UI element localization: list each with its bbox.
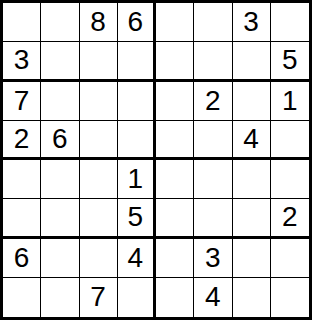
cell-r3c4-empty[interactable] (118, 82, 156, 121)
sudoku-board: 8633572126415264374 (0, 0, 312, 320)
cell-r7c7-empty[interactable] (233, 239, 271, 278)
cell-r7c6-given[interactable]: 3 (194, 239, 232, 278)
cell-r2c2-empty[interactable] (41, 42, 79, 81)
cell-r7c8-empty[interactable] (271, 239, 309, 278)
cell-r1c3-given[interactable]: 8 (80, 3, 118, 42)
cell-r6c4-given[interactable]: 5 (118, 199, 156, 238)
cell-r4c3-empty[interactable] (80, 121, 118, 160)
cell-r2c6-empty[interactable] (194, 42, 232, 81)
cell-r6c8-given[interactable]: 2 (271, 199, 309, 238)
cell-r6c5-empty[interactable] (156, 199, 194, 238)
cell-r4c8-empty[interactable] (271, 121, 309, 160)
cell-r5c7-empty[interactable] (233, 160, 271, 199)
cell-r1c4-given[interactable]: 6 (118, 3, 156, 42)
cell-r2c3-empty[interactable] (80, 42, 118, 81)
cell-r5c4-given[interactable]: 1 (118, 160, 156, 199)
cell-r8c4-empty[interactable] (118, 278, 156, 317)
cell-r1c2-empty[interactable] (41, 3, 79, 42)
cell-r8c6-given[interactable]: 4 (194, 278, 232, 317)
cell-r5c3-empty[interactable] (80, 160, 118, 199)
cell-r7c5-empty[interactable] (156, 239, 194, 278)
cell-r3c2-empty[interactable] (41, 82, 79, 121)
cell-r4c4-empty[interactable] (118, 121, 156, 160)
cell-r4c7-given[interactable]: 4 (233, 121, 271, 160)
cell-r7c2-empty[interactable] (41, 239, 79, 278)
cell-r7c1-given[interactable]: 6 (3, 239, 41, 278)
cell-r3c8-given[interactable]: 1 (271, 82, 309, 121)
cell-r1c8-empty[interactable] (271, 3, 309, 42)
cell-r7c4-given[interactable]: 4 (118, 239, 156, 278)
cell-r6c2-empty[interactable] (41, 199, 79, 238)
cell-r3c6-given[interactable]: 2 (194, 82, 232, 121)
cell-r5c2-empty[interactable] (41, 160, 79, 199)
cell-r8c8-empty[interactable] (271, 278, 309, 317)
cell-r5c8-empty[interactable] (271, 160, 309, 199)
cell-r2c7-empty[interactable] (233, 42, 271, 81)
cell-r7c3-empty[interactable] (80, 239, 118, 278)
cell-r1c6-empty[interactable] (194, 3, 232, 42)
cell-r4c6-empty[interactable] (194, 121, 232, 160)
cell-r8c3-given[interactable]: 7 (80, 278, 118, 317)
cell-r2c1-given[interactable]: 3 (3, 42, 41, 81)
cell-r6c7-empty[interactable] (233, 199, 271, 238)
cell-r2c4-empty[interactable] (118, 42, 156, 81)
cell-r4c5-empty[interactable] (156, 121, 194, 160)
cell-r4c2-given[interactable]: 6 (41, 121, 79, 160)
cell-r3c1-given[interactable]: 7 (3, 82, 41, 121)
cell-r1c7-given[interactable]: 3 (233, 3, 271, 42)
cell-r8c7-empty[interactable] (233, 278, 271, 317)
cell-r3c5-empty[interactable] (156, 82, 194, 121)
cell-r2c8-given[interactable]: 5 (271, 42, 309, 81)
cell-r1c1-empty[interactable] (3, 3, 41, 42)
cell-r8c2-empty[interactable] (41, 278, 79, 317)
cell-r5c5-empty[interactable] (156, 160, 194, 199)
cell-r8c5-empty[interactable] (156, 278, 194, 317)
cell-r3c7-empty[interactable] (233, 82, 271, 121)
cell-r6c6-empty[interactable] (194, 199, 232, 238)
cell-r8c1-empty[interactable] (3, 278, 41, 317)
cell-r4c1-given[interactable]: 2 (3, 121, 41, 160)
cell-r5c1-empty[interactable] (3, 160, 41, 199)
cell-r3c3-empty[interactable] (80, 82, 118, 121)
cell-r1c5-empty[interactable] (156, 3, 194, 42)
cell-r6c3-empty[interactable] (80, 199, 118, 238)
cell-r2c5-empty[interactable] (156, 42, 194, 81)
cell-r6c1-empty[interactable] (3, 199, 41, 238)
cell-r5c6-empty[interactable] (194, 160, 232, 199)
